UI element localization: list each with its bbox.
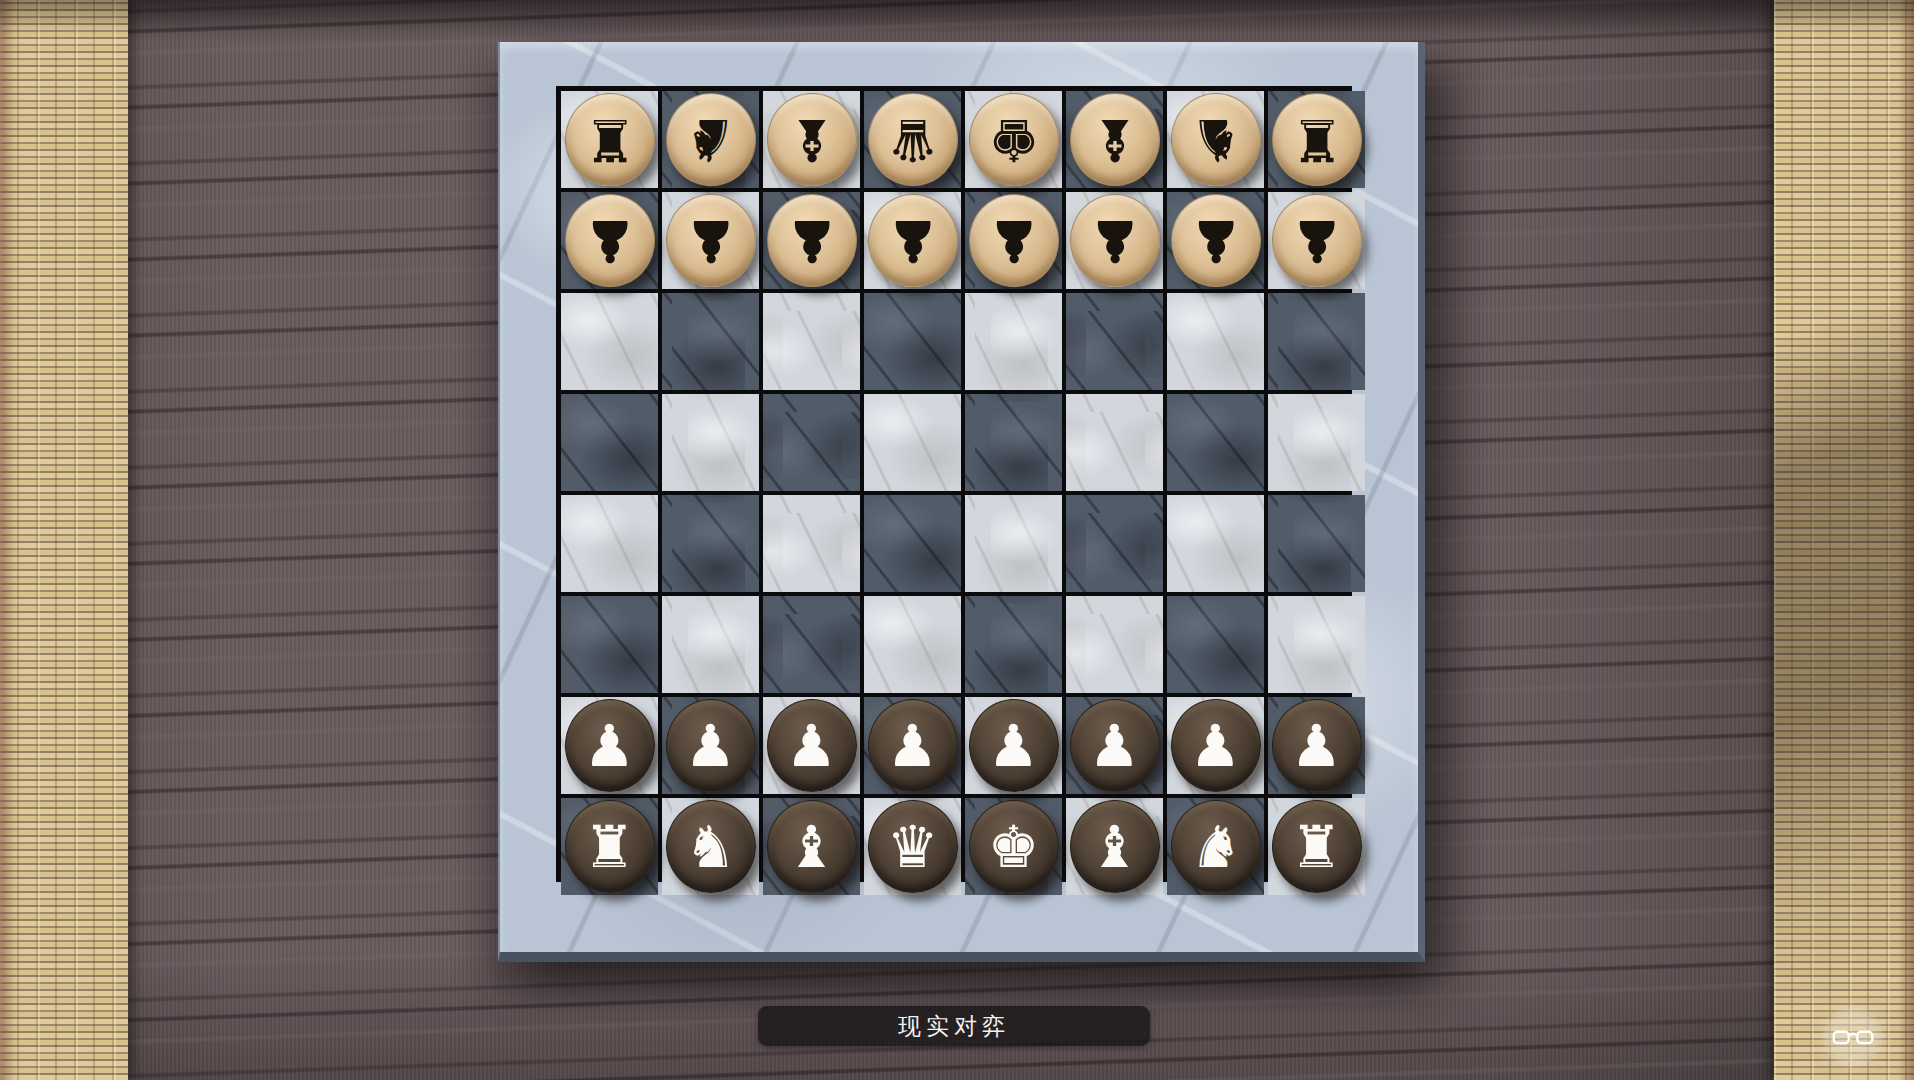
- square-d3[interactable]: [864, 596, 961, 693]
- square-h7[interactable]: ♟: [1268, 192, 1365, 289]
- piece-white-pawn-h2[interactable]: ♟: [1272, 699, 1362, 792]
- square-f5[interactable]: [1066, 394, 1163, 491]
- square-h1[interactable]: ♜: [1268, 798, 1365, 895]
- real-world-play-button[interactable]: 现实对弈: [758, 1006, 1150, 1046]
- square-c5[interactable]: [763, 394, 860, 491]
- top-shadow-vignette: [0, 0, 1914, 34]
- piece-glyph: ♞: [685, 818, 737, 876]
- piece-glyph: ♟: [1291, 717, 1343, 775]
- square-g3[interactable]: [1167, 596, 1264, 693]
- straw-mat-right: [1774, 0, 1914, 1080]
- piece-white-knight-g1[interactable]: ♞: [1171, 800, 1261, 893]
- piece-black-king-e8[interactable]: ♚: [969, 93, 1059, 186]
- glasses-icon: [1832, 1027, 1874, 1047]
- piece-white-pawn-c2[interactable]: ♟: [767, 699, 857, 792]
- square-f4[interactable]: [1066, 495, 1163, 592]
- piece-glyph: ♞: [685, 111, 737, 169]
- square-b2[interactable]: ♟: [662, 697, 759, 794]
- square-c6[interactable]: [763, 293, 860, 390]
- square-d8[interactable]: ♛: [864, 91, 961, 188]
- piece-black-bishop-f8[interactable]: ♝: [1070, 93, 1160, 186]
- square-c3[interactable]: [763, 596, 860, 693]
- piece-black-rook-a8[interactable]: ♜: [565, 93, 655, 186]
- square-g4[interactable]: [1167, 495, 1264, 592]
- square-a6[interactable]: [561, 293, 658, 390]
- square-g7[interactable]: ♟: [1167, 192, 1264, 289]
- square-c2[interactable]: ♟: [763, 697, 860, 794]
- square-e6[interactable]: [965, 293, 1062, 390]
- piece-glyph: ♝: [1089, 111, 1141, 169]
- square-f3[interactable]: [1066, 596, 1163, 693]
- piece-glyph: ♟: [1291, 212, 1343, 270]
- piece-black-rook-h8[interactable]: ♜: [1272, 93, 1362, 186]
- piece-white-pawn-a2[interactable]: ♟: [565, 699, 655, 792]
- piece-glyph: ♟: [786, 717, 838, 775]
- square-b3[interactable]: [662, 596, 759, 693]
- mat-right-shadow: [1774, 0, 1914, 1080]
- square-e2[interactable]: ♟: [965, 697, 1062, 794]
- piece-white-pawn-f2[interactable]: ♟: [1070, 699, 1160, 792]
- piece-glyph: ♝: [786, 818, 838, 876]
- piece-white-bishop-f1[interactable]: ♝: [1070, 800, 1160, 893]
- square-f8[interactable]: ♝: [1066, 91, 1163, 188]
- square-d1[interactable]: ♛: [864, 798, 961, 895]
- piece-white-king-e1[interactable]: ♚: [969, 800, 1059, 893]
- mat-left-edge: [0, 0, 16, 1080]
- piece-black-pawn-b7[interactable]: ♟: [666, 194, 756, 287]
- piece-glyph: ♟: [786, 212, 838, 270]
- piece-white-rook-a1[interactable]: ♜: [565, 800, 655, 893]
- piece-glyph: ♜: [1291, 111, 1343, 169]
- piece-glyph: ♟: [1190, 212, 1242, 270]
- square-c7[interactable]: ♟: [763, 192, 860, 289]
- piece-white-queen-d1[interactable]: ♛: [868, 800, 958, 893]
- square-e7[interactable]: ♟: [965, 192, 1062, 289]
- piece-glyph: ♝: [1089, 818, 1141, 876]
- square-h2[interactable]: ♟: [1268, 697, 1365, 794]
- square-g5[interactable]: [1167, 394, 1264, 491]
- piece-white-knight-b1[interactable]: ♞: [666, 800, 756, 893]
- square-b4[interactable]: [662, 495, 759, 592]
- square-d6[interactable]: [864, 293, 961, 390]
- piece-black-pawn-g7[interactable]: ♟: [1171, 194, 1261, 287]
- square-e1[interactable]: ♚: [965, 798, 1062, 895]
- square-d7[interactable]: ♟: [864, 192, 961, 289]
- square-e5[interactable]: [965, 394, 1062, 491]
- board-grid: ♜♞♝♛♚♝♞♜♟♟♟♟♟♟♟♟♟♟♟♟♟♟♟♟♜♞♝♛♚♝♞♜: [556, 86, 1352, 882]
- square-e4[interactable]: [965, 495, 1062, 592]
- square-b1[interactable]: ♞: [662, 798, 759, 895]
- piece-glyph: ♜: [584, 111, 636, 169]
- square-h6[interactable]: [1268, 293, 1365, 390]
- square-a2[interactable]: ♟: [561, 697, 658, 794]
- piece-glyph: ♟: [685, 212, 737, 270]
- piece-black-knight-b8[interactable]: ♞: [666, 93, 756, 186]
- square-f7[interactable]: ♟: [1066, 192, 1163, 289]
- piece-glyph: ♟: [988, 212, 1040, 270]
- spectator-badge[interactable]: [1822, 1006, 1884, 1068]
- piece-white-pawn-b2[interactable]: ♟: [666, 699, 756, 792]
- square-a7[interactable]: ♟: [561, 192, 658, 289]
- piece-black-queen-d8[interactable]: ♛: [868, 93, 958, 186]
- chess-game-scene: ♜♞♝♛♚♝♞♜♟♟♟♟♟♟♟♟♟♟♟♟♟♟♟♟♜♞♝♛♚♝♞♜ 现实对弈: [0, 0, 1914, 1080]
- piece-glyph: ♟: [1089, 717, 1141, 775]
- square-a4[interactable]: [561, 495, 658, 592]
- square-a8[interactable]: ♜: [561, 91, 658, 188]
- piece-glyph: ♟: [1190, 717, 1242, 775]
- square-g1[interactable]: ♞: [1167, 798, 1264, 895]
- square-f1[interactable]: ♝: [1066, 798, 1163, 895]
- square-d2[interactable]: ♟: [864, 697, 961, 794]
- square-e3[interactable]: [965, 596, 1062, 693]
- piece-black-pawn-f7[interactable]: ♟: [1070, 194, 1160, 287]
- square-h8[interactable]: ♜: [1268, 91, 1365, 188]
- square-g8[interactable]: ♞: [1167, 91, 1264, 188]
- piece-glyph: ♝: [786, 111, 838, 169]
- square-a5[interactable]: [561, 394, 658, 491]
- piece-glyph: ♚: [988, 111, 1040, 169]
- piece-white-bishop-c1[interactable]: ♝: [767, 800, 857, 893]
- piece-glyph: ♜: [1291, 818, 1343, 876]
- piece-black-knight-g8[interactable]: ♞: [1171, 93, 1261, 186]
- piece-white-rook-h1[interactable]: ♜: [1272, 800, 1362, 893]
- square-h5[interactable]: [1268, 394, 1365, 491]
- piece-glyph: ♟: [988, 717, 1040, 775]
- square-d5[interactable]: [864, 394, 961, 491]
- piece-glyph: ♟: [584, 717, 636, 775]
- piece-glyph: ♛: [887, 111, 939, 169]
- piece-glyph: ♟: [685, 717, 737, 775]
- piece-black-bishop-c8[interactable]: ♝: [767, 93, 857, 186]
- square-b7[interactable]: ♟: [662, 192, 759, 289]
- piece-white-pawn-e2[interactable]: ♟: [969, 699, 1059, 792]
- piece-glyph: ♞: [1190, 111, 1242, 169]
- square-a3[interactable]: [561, 596, 658, 693]
- piece-glyph: ♞: [1190, 818, 1242, 876]
- square-f6[interactable]: [1066, 293, 1163, 390]
- piece-glyph: ♟: [887, 212, 939, 270]
- piece-black-pawn-d7[interactable]: ♟: [868, 194, 958, 287]
- square-b5[interactable]: [662, 394, 759, 491]
- square-c8[interactable]: ♝: [763, 91, 860, 188]
- square-c4[interactable]: [763, 495, 860, 592]
- piece-glyph: ♟: [1089, 212, 1141, 270]
- piece-glyph: ♟: [887, 717, 939, 775]
- piece-glyph: ♛: [887, 818, 939, 876]
- straw-mat-left: [0, 0, 128, 1080]
- piece-white-pawn-g2[interactable]: ♟: [1171, 699, 1261, 792]
- square-b6[interactable]: [662, 293, 759, 390]
- marble-chess-board: ♜♞♝♛♚♝♞♜♟♟♟♟♟♟♟♟♟♟♟♟♟♟♟♟♜♞♝♛♚♝♞♜: [498, 42, 1425, 962]
- piece-black-pawn-a7[interactable]: ♟: [565, 194, 655, 287]
- square-a1[interactable]: ♜: [561, 798, 658, 895]
- piece-black-pawn-e7[interactable]: ♟: [969, 194, 1059, 287]
- square-e8[interactable]: ♚: [965, 91, 1062, 188]
- piece-black-pawn-h7[interactable]: ♟: [1272, 194, 1362, 287]
- square-c1[interactable]: ♝: [763, 798, 860, 895]
- piece-black-pawn-c7[interactable]: ♟: [767, 194, 857, 287]
- square-f2[interactable]: ♟: [1066, 697, 1163, 794]
- mat-right-edge: [1898, 0, 1914, 1080]
- piece-glyph: ♚: [988, 818, 1040, 876]
- square-g2[interactable]: ♟: [1167, 697, 1264, 794]
- square-d4[interactable]: [864, 495, 961, 592]
- square-h4[interactable]: [1268, 495, 1365, 592]
- square-b8[interactable]: ♞: [662, 91, 759, 188]
- square-g6[interactable]: [1167, 293, 1264, 390]
- piece-glyph: ♜: [584, 818, 636, 876]
- square-h3[interactable]: [1268, 596, 1365, 693]
- piece-glyph: ♟: [584, 212, 636, 270]
- piece-white-pawn-d2[interactable]: ♟: [868, 699, 958, 792]
